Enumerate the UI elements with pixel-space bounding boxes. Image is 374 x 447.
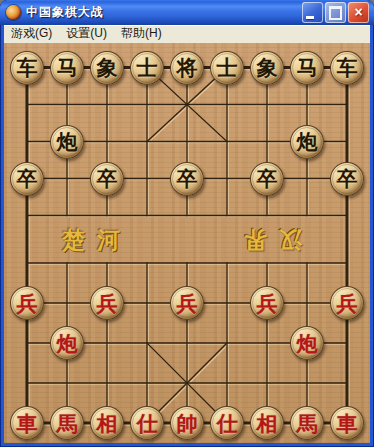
app-icon[interactable] <box>6 5 21 20</box>
intersection-r9c6: 相 <box>247 403 287 443</box>
intersection-r5c1 <box>47 243 87 283</box>
intersection-r4c6 <box>247 197 287 234</box>
intersection-r5c3 <box>127 243 167 283</box>
intersection-r3c7 <box>287 160 327 197</box>
intersection-r9c4: 帥 <box>167 403 207 443</box>
minimize-button[interactable] <box>302 2 323 23</box>
intersection-r1c7 <box>287 86 327 123</box>
intersection-r3c2: 卒 <box>87 160 127 197</box>
intersection-r6c7 <box>287 283 327 323</box>
intersection-r2c7: 炮 <box>287 123 327 160</box>
piece-black-soldier[interactable]: 卒 <box>250 162 284 196</box>
intersection-r6c4: 兵 <box>167 283 207 323</box>
piece-red-chariot[interactable]: 車 <box>330 406 364 440</box>
piece-black-horse[interactable]: 马 <box>50 51 84 85</box>
xiangqi-board: 楚河 汉界 车马象士将士象马车炮炮卒卒卒卒卒兵兵兵兵兵炮炮車馬相仕帥仕相馬車 <box>4 43 370 443</box>
intersection-r1c3 <box>127 86 167 123</box>
piece-red-soldier[interactable]: 兵 <box>90 286 124 320</box>
intersection-r4c8 <box>327 197 367 234</box>
piece-black-chariot[interactable]: 车 <box>10 51 44 85</box>
intersection-r4c7 <box>287 197 327 234</box>
window-controls: × <box>302 2 369 23</box>
piece-red-soldier[interactable]: 兵 <box>330 286 364 320</box>
intersection-r6c8: 兵 <box>327 283 367 323</box>
intersection-r3c3 <box>127 160 167 197</box>
piece-red-general[interactable]: 帥 <box>170 406 204 440</box>
maximize-icon <box>329 6 342 20</box>
menu-item-game[interactable]: 游戏(G) <box>4 24 59 44</box>
intersection-r4c5 <box>207 197 247 234</box>
intersection-r8c2 <box>87 363 127 403</box>
intersection-r3c5 <box>207 160 247 197</box>
window-title: 中国象棋大战 <box>26 4 302 21</box>
intersection-r0c7: 马 <box>287 49 327 86</box>
piece-red-advisor[interactable]: 仕 <box>130 406 164 440</box>
intersection-r1c1 <box>47 86 87 123</box>
piece-black-elephant[interactable]: 象 <box>90 51 124 85</box>
intersection-r0c6: 象 <box>247 49 287 86</box>
piece-red-horse[interactable]: 馬 <box>290 406 324 440</box>
intersection-r4c1 <box>47 197 87 234</box>
titlebar: 中国象棋大战 × <box>0 0 374 25</box>
intersection-r1c0 <box>7 86 47 123</box>
intersection-r2c6 <box>247 123 287 160</box>
intersection-r5c0 <box>7 243 47 283</box>
piece-black-soldier[interactable]: 卒 <box>10 162 44 196</box>
maximize-button <box>325 2 346 23</box>
intersection-r3c8: 卒 <box>327 160 367 197</box>
piece-black-horse[interactable]: 马 <box>290 51 324 85</box>
piece-black-soldier[interactable]: 卒 <box>170 162 204 196</box>
intersection-r1c8 <box>327 86 367 123</box>
intersection-r8c5 <box>207 363 247 403</box>
piece-red-soldier[interactable]: 兵 <box>170 286 204 320</box>
intersection-r8c8 <box>327 363 367 403</box>
intersection-r9c3: 仕 <box>127 403 167 443</box>
piece-black-soldier[interactable]: 卒 <box>90 162 124 196</box>
piece-black-general[interactable]: 将 <box>170 51 204 85</box>
intersection-r3c1 <box>47 160 87 197</box>
intersection-r0c8: 车 <box>327 49 367 86</box>
menu-item-help[interactable]: 帮助(H) <box>114 24 169 44</box>
piece-black-advisor[interactable]: 士 <box>130 51 164 85</box>
intersection-r2c2 <box>87 123 127 160</box>
intersection-r4c2 <box>87 197 127 234</box>
intersection-r2c0 <box>7 123 47 160</box>
piece-red-soldier[interactable]: 兵 <box>10 286 44 320</box>
intersection-r4c3 <box>127 197 167 234</box>
intersection-r8c6 <box>247 363 287 403</box>
intersection-r5c5 <box>207 243 247 283</box>
intersection-r1c5 <box>207 86 247 123</box>
intersection-r3c6: 卒 <box>247 160 287 197</box>
intersection-r5c6 <box>247 243 287 283</box>
menu-item-settings[interactable]: 设置(U) <box>59 24 114 44</box>
intersection-r3c4: 卒 <box>167 160 207 197</box>
piece-black-advisor[interactable]: 士 <box>210 51 244 85</box>
minimize-icon <box>306 16 314 19</box>
piece-red-horse[interactable]: 馬 <box>50 406 84 440</box>
menubar: 游戏(G) 设置(U) 帮助(H) <box>4 25 370 43</box>
intersection-r7c2 <box>87 323 127 363</box>
intersection-r6c2: 兵 <box>87 283 127 323</box>
piece-red-elephant[interactable]: 相 <box>250 406 284 440</box>
intersection-r6c5 <box>207 283 247 323</box>
intersection-r9c8: 車 <box>327 403 367 443</box>
intersection-r0c2: 象 <box>87 49 127 86</box>
piece-black-soldier[interactable]: 卒 <box>330 162 364 196</box>
intersection-r5c8 <box>327 243 367 283</box>
piece-red-cannon[interactable]: 炮 <box>50 326 84 360</box>
intersection-r5c2 <box>87 243 127 283</box>
intersection-r2c5 <box>207 123 247 160</box>
intersection-r0c0: 车 <box>7 49 47 86</box>
intersection-r7c6 <box>247 323 287 363</box>
piece-red-chariot[interactable]: 車 <box>10 406 44 440</box>
intersection-r0c1: 马 <box>47 49 87 86</box>
intersection-r4c0 <box>7 197 47 234</box>
piece-black-elephant[interactable]: 象 <box>250 51 284 85</box>
intersection-r2c1: 炮 <box>47 123 87 160</box>
intersection-r8c3 <box>127 363 167 403</box>
intersection-r6c3 <box>127 283 167 323</box>
window: 中国象棋大战 × 游戏(G) 设置(U) 帮助(H) <box>0 0 374 447</box>
intersection-r7c8 <box>327 323 367 363</box>
intersection-r9c7: 馬 <box>287 403 327 443</box>
intersection-r2c3 <box>127 123 167 160</box>
intersection-r6c1 <box>47 283 87 323</box>
intersection-r7c4 <box>167 323 207 363</box>
intersection-r8c4 <box>167 363 207 403</box>
piece-red-elephant[interactable]: 相 <box>90 406 124 440</box>
intersection-r7c3 <box>127 323 167 363</box>
intersection-r9c5: 仕 <box>207 403 247 443</box>
piece-black-chariot[interactable]: 车 <box>330 51 364 85</box>
intersection-r8c1 <box>47 363 87 403</box>
piece-grid: 车马象士将士象马车炮炮卒卒卒卒卒兵兵兵兵兵炮炮車馬相仕帥仕相馬車 <box>4 43 370 443</box>
intersection-r4c4 <box>167 197 207 234</box>
intersection-r9c0: 車 <box>7 403 47 443</box>
intersection-r7c5 <box>207 323 247 363</box>
intersection-r1c4 <box>167 86 207 123</box>
intersection-r1c2 <box>87 86 127 123</box>
close-icon: × <box>348 2 369 23</box>
intersection-r7c1: 炮 <box>47 323 87 363</box>
intersection-r8c0 <box>7 363 47 403</box>
intersection-r3c0: 卒 <box>7 160 47 197</box>
intersection-r6c0: 兵 <box>7 283 47 323</box>
piece-red-cannon[interactable]: 炮 <box>290 326 324 360</box>
piece-red-soldier[interactable]: 兵 <box>250 286 284 320</box>
intersection-r9c2: 相 <box>87 403 127 443</box>
intersection-r5c4 <box>167 243 207 283</box>
intersection-r0c5: 士 <box>207 49 247 86</box>
intersection-r8c7 <box>287 363 327 403</box>
intersection-r7c7: 炮 <box>287 323 327 363</box>
intersection-r0c4: 将 <box>167 49 207 86</box>
close-button[interactable]: × <box>348 2 369 23</box>
intersection-r7c0 <box>7 323 47 363</box>
intersection-r2c8 <box>327 123 367 160</box>
intersection-r2c4 <box>167 123 207 160</box>
intersection-r9c1: 馬 <box>47 403 87 443</box>
piece-red-advisor[interactable]: 仕 <box>210 406 244 440</box>
piece-black-cannon[interactable]: 炮 <box>50 125 84 159</box>
intersection-r5c7 <box>287 243 327 283</box>
intersection-r6c6: 兵 <box>247 283 287 323</box>
intersection-r0c3: 士 <box>127 49 167 86</box>
piece-black-cannon[interactable]: 炮 <box>290 125 324 159</box>
intersection-r1c6 <box>247 86 287 123</box>
